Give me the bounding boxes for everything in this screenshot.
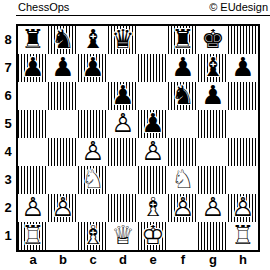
piece-glyph: ♝: [78, 25, 108, 53]
file-label-b: b: [48, 252, 78, 268]
black-king-piece[interactable]: ♚♚: [198, 26, 228, 54]
white-pawn-piece[interactable]: ♟♙: [198, 194, 228, 222]
piece-glyph: ♟: [198, 81, 228, 109]
piece-glyph: ♜: [18, 25, 48, 53]
square-b5[interactable]: [48, 110, 78, 138]
square-b7[interactable]: ♟♟: [48, 54, 78, 82]
credit-text: © EUdesign: [209, 1, 268, 13]
black-knight-piece[interactable]: ♞♞: [48, 26, 78, 54]
square-g7[interactable]: ♝♝: [198, 54, 228, 82]
square-e5[interactable]: ♟♟: [138, 110, 168, 138]
square-a1[interactable]: ♜♖: [18, 222, 48, 250]
black-bishop-piece[interactable]: ♝♝: [198, 54, 228, 82]
piece-glyph: ♕: [108, 221, 138, 249]
piece-glyph: ♙: [78, 137, 108, 165]
piece-glyph: ♟: [138, 109, 168, 137]
piece-glyph: ♙: [138, 137, 168, 165]
square-h5[interactable]: [228, 110, 258, 138]
square-c3[interactable]: ♞♘: [78, 166, 108, 194]
black-pawn-piece[interactable]: ♟♟: [198, 82, 228, 110]
piece-glyph: ♖: [18, 221, 48, 249]
rank-label-7: 7: [0, 54, 16, 82]
square-g2[interactable]: ♟♙: [198, 194, 228, 222]
piece-glyph: ♚: [198, 25, 228, 53]
white-knight-piece[interactable]: ♞♘: [78, 166, 108, 194]
file-label-c: c: [78, 252, 108, 268]
white-queen-piece[interactable]: ♛♕: [108, 222, 138, 250]
square-b3[interactable]: [48, 166, 78, 194]
square-a3[interactable]: [18, 166, 48, 194]
square-g6[interactable]: ♟♟: [198, 82, 228, 110]
square-b6[interactable]: [48, 82, 78, 110]
square-a6[interactable]: [18, 82, 48, 110]
square-c1[interactable]: ♝♗: [78, 222, 108, 250]
piece-glyph: ♖: [228, 221, 258, 249]
black-knight-piece[interactable]: ♞♞: [168, 82, 198, 110]
square-f7[interactable]: ♟♟: [168, 54, 198, 82]
piece-glyph: ♞: [168, 81, 198, 109]
file-label-a: a: [18, 252, 48, 268]
piece-glyph: ♟: [108, 81, 138, 109]
black-pawn-piece[interactable]: ♟♟: [228, 54, 258, 82]
piece-glyph: ♙: [48, 193, 78, 221]
white-king-piece[interactable]: ♚♔: [138, 222, 168, 250]
square-e2[interactable]: ♝♗: [138, 194, 168, 222]
piece-glyph: ♔: [138, 221, 168, 249]
piece-glyph: ♙: [198, 193, 228, 221]
piece-glyph: ♟: [228, 53, 258, 81]
chess-diagram: ChessOps © EUdesign 87654321 ♜♜♞♞♝♝♛♛♜♜♚…: [0, 0, 270, 270]
square-h7[interactable]: ♟♟: [228, 54, 258, 82]
white-pawn-piece[interactable]: ♟♙: [138, 138, 168, 166]
square-b1[interactable]: [48, 222, 78, 250]
file-label-g: g: [198, 252, 228, 268]
white-bishop-piece[interactable]: ♝♗: [138, 194, 168, 222]
square-g4[interactable]: [198, 138, 228, 166]
square-b2[interactable]: ♟♙: [48, 194, 78, 222]
square-f1[interactable]: [168, 222, 198, 250]
square-c6[interactable]: [78, 82, 108, 110]
square-b8[interactable]: ♞♞: [48, 26, 78, 54]
white-knight-piece[interactable]: ♞♘: [168, 166, 198, 194]
rank-label-4: 4: [0, 138, 16, 166]
square-f2[interactable]: ♟♙: [168, 194, 198, 222]
square-e7[interactable]: [138, 54, 168, 82]
piece-glyph: ♟: [168, 53, 198, 81]
square-d3[interactable]: [108, 166, 138, 194]
piece-glyph: ♟: [48, 53, 78, 81]
square-d7[interactable]: [108, 54, 138, 82]
white-pawn-piece[interactable]: ♟♙: [228, 194, 258, 222]
square-d1[interactable]: ♛♕: [108, 222, 138, 250]
square-a4[interactable]: [18, 138, 48, 166]
square-e4[interactable]: ♟♙: [138, 138, 168, 166]
square-a2[interactable]: ♟♙: [18, 194, 48, 222]
rank-label-2: 2: [0, 194, 16, 222]
piece-glyph: ♟: [18, 53, 48, 81]
square-h4[interactable]: [228, 138, 258, 166]
rank-labels: 87654321: [0, 26, 16, 250]
piece-glyph: ♟: [78, 53, 108, 81]
file-label-h: h: [228, 252, 258, 268]
piece-glyph: ♗: [138, 193, 168, 221]
square-f6[interactable]: ♞♞: [168, 82, 198, 110]
square-c7[interactable]: ♟♟: [78, 54, 108, 82]
square-c2[interactable]: [78, 194, 108, 222]
square-h6[interactable]: [228, 82, 258, 110]
file-label-d: d: [108, 252, 138, 268]
square-a5[interactable]: [18, 110, 48, 138]
square-b4[interactable]: [48, 138, 78, 166]
black-bishop-piece[interactable]: ♝♝: [78, 26, 108, 54]
square-h2[interactable]: ♟♙: [228, 194, 258, 222]
file-labels: abcdefgh: [18, 252, 258, 268]
square-f3[interactable]: ♞♘: [168, 166, 198, 194]
rank-label-3: 3: [0, 166, 16, 194]
rank-label-8: 8: [0, 26, 16, 54]
white-pawn-piece[interactable]: ♟♙: [78, 138, 108, 166]
white-rook-piece[interactable]: ♜♖: [18, 222, 48, 250]
piece-glyph: ♙: [18, 193, 48, 221]
file-label-e: e: [138, 252, 168, 268]
square-e1[interactable]: ♚♔: [138, 222, 168, 250]
square-d6[interactable]: ♟♟: [108, 82, 138, 110]
black-rook-piece[interactable]: ♜♜: [168, 26, 198, 54]
square-g8[interactable]: ♚♚: [198, 26, 228, 54]
piece-glyph: ♛: [108, 25, 138, 53]
square-h8[interactable]: [228, 26, 258, 54]
square-c5[interactable]: [78, 110, 108, 138]
square-a8[interactable]: ♜♜: [18, 26, 48, 54]
piece-glyph: ♙: [168, 193, 198, 221]
square-d8[interactable]: ♛♛: [108, 26, 138, 54]
black-pawn-piece[interactable]: ♟♟: [138, 110, 168, 138]
piece-glyph: ♗: [78, 221, 108, 249]
square-c4[interactable]: ♟♙: [78, 138, 108, 166]
square-d5[interactable]: ♟♙: [108, 110, 138, 138]
square-e6[interactable]: [138, 82, 168, 110]
piece-glyph: ♙: [228, 193, 258, 221]
square-c8[interactable]: ♝♝: [78, 26, 108, 54]
black-pawn-piece[interactable]: ♟♟: [168, 54, 198, 82]
square-f5[interactable]: [168, 110, 198, 138]
piece-glyph: ♝: [198, 53, 228, 81]
black-pawn-piece[interactable]: ♟♟: [18, 54, 48, 82]
square-g1[interactable]: [198, 222, 228, 250]
square-g5[interactable]: [198, 110, 228, 138]
chess-board: ♜♜♞♞♝♝♛♛♜♜♚♚♟♟♟♟♟♟♟♟♝♝♟♟♟♟♞♞♟♟♟♙♟♟♟♙♟♙♞♘…: [16, 24, 260, 252]
piece-glyph: ♘: [168, 165, 198, 193]
piece-glyph: ♜: [168, 25, 198, 53]
piece-glyph: ♞: [48, 25, 78, 53]
white-rook-piece[interactable]: ♜♖: [228, 222, 258, 250]
black-rook-piece[interactable]: ♜♜: [18, 26, 48, 54]
white-pawn-piece[interactable]: ♟♙: [48, 194, 78, 222]
piece-glyph: ♙: [108, 109, 138, 137]
square-f4[interactable]: [168, 138, 198, 166]
white-pawn-piece[interactable]: ♟♙: [18, 194, 48, 222]
square-h1[interactable]: ♜♖: [228, 222, 258, 250]
file-label-f: f: [168, 252, 198, 268]
white-pawn-piece[interactable]: ♟♙: [168, 194, 198, 222]
black-pawn-piece[interactable]: ♟♟: [78, 54, 108, 82]
square-f8[interactable]: ♜♜: [168, 26, 198, 54]
square-d4[interactable]: [108, 138, 138, 166]
square-a7[interactable]: ♟♟: [18, 54, 48, 82]
square-h3[interactable]: [228, 166, 258, 194]
app-title: ChessOps: [18, 1, 69, 13]
square-d2[interactable]: [108, 194, 138, 222]
black-pawn-piece[interactable]: ♟♟: [48, 54, 78, 82]
white-bishop-piece[interactable]: ♝♗: [78, 222, 108, 250]
white-pawn-piece[interactable]: ♟♙: [108, 110, 138, 138]
square-g3[interactable]: [198, 166, 228, 194]
rank-label-5: 5: [0, 110, 16, 138]
piece-glyph: ♘: [78, 165, 108, 193]
square-e3[interactable]: [138, 166, 168, 194]
black-queen-piece[interactable]: ♛♛: [108, 26, 138, 54]
rank-label-1: 1: [0, 222, 16, 250]
header-divider: [16, 15, 270, 16]
black-pawn-piece[interactable]: ♟♟: [108, 82, 138, 110]
rank-label-6: 6: [0, 82, 16, 110]
square-e8[interactable]: [138, 26, 168, 54]
